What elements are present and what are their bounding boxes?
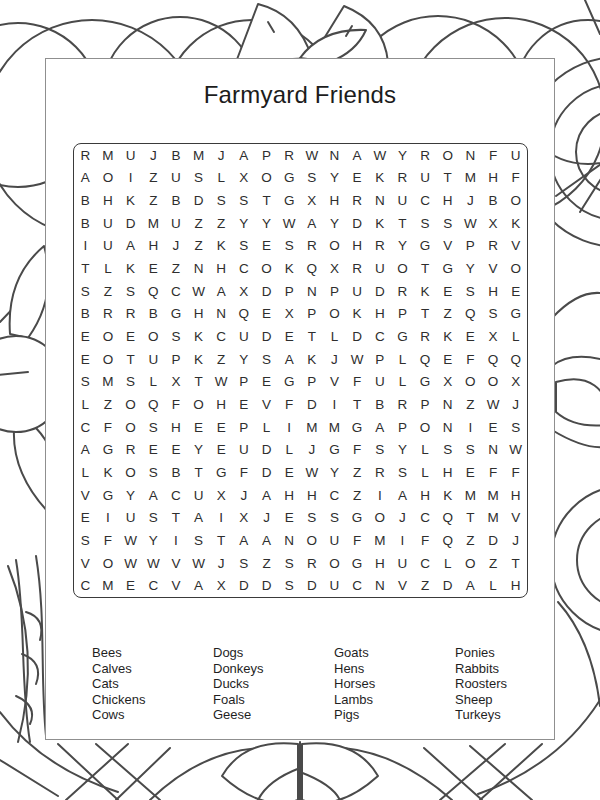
grid-cell: K — [119, 189, 142, 212]
grid-cell: Z — [459, 393, 482, 416]
grid-cell: S — [74, 370, 97, 393]
grid-cell: S — [233, 235, 256, 258]
grid-cell: K — [187, 348, 210, 371]
word-list-item: Ponies — [455, 645, 576, 661]
word-list-item: Horses — [334, 676, 455, 692]
grid-cell: C — [233, 257, 256, 280]
grid-cell: B — [74, 189, 97, 212]
grid-cell: V — [482, 257, 505, 280]
grid-cell: U — [391, 189, 414, 212]
grid-cell: X — [300, 189, 323, 212]
grid-cell: W — [119, 529, 142, 552]
grid-cell: E — [165, 438, 188, 461]
grid-cell: L — [414, 438, 437, 461]
grid-cell: H — [300, 484, 323, 507]
grid-cell: A — [187, 574, 210, 597]
grid-cell: A — [233, 144, 256, 167]
grid-cell: O — [391, 257, 414, 280]
grid-cell: H — [504, 574, 527, 597]
grid-cell: W — [459, 212, 482, 235]
grid-cell: U — [233, 325, 256, 348]
grid-cell: N — [210, 303, 233, 326]
grid-cell: H — [482, 167, 505, 190]
grid-cell: H — [414, 484, 437, 507]
grid-cell: Z — [165, 257, 188, 280]
grid-cell: Q — [233, 303, 256, 326]
grid-cell: T — [300, 325, 323, 348]
grid-cell: K — [368, 212, 391, 235]
grid-cell: L — [97, 257, 120, 280]
grid-cell: S — [74, 280, 97, 303]
grid-cell: G — [97, 484, 120, 507]
grid-cell: O — [459, 552, 482, 575]
grid-cell: A — [391, 484, 414, 507]
grid-cell: U — [97, 235, 120, 258]
grid-cell: H — [346, 235, 369, 258]
grid-cell: Y — [323, 461, 346, 484]
grid-cell: G — [165, 303, 188, 326]
grid-cell: W — [187, 280, 210, 303]
grid-cell: E — [459, 325, 482, 348]
grid-cell: Y — [233, 348, 256, 371]
grid-cell: L — [323, 325, 346, 348]
grid-cell: O — [255, 257, 278, 280]
grid-cell: T — [187, 461, 210, 484]
grid-cell: S — [142, 416, 165, 439]
grid-cell: X — [436, 370, 459, 393]
grid-cell: E — [278, 325, 301, 348]
grid-cell: W — [346, 348, 369, 371]
grid-cell: C — [414, 189, 437, 212]
grid-cell: K — [119, 257, 142, 280]
grid-cell: P — [459, 235, 482, 258]
grid-cell: Z — [97, 280, 120, 303]
grid-cell: A — [300, 212, 323, 235]
grid-cell: G — [97, 438, 120, 461]
grid-cell: J — [210, 552, 233, 575]
grid-cell: J — [391, 506, 414, 529]
grid-cell: H — [97, 189, 120, 212]
grid-cell: N — [368, 189, 391, 212]
grid-cell: X — [210, 484, 233, 507]
grid-cell: U — [504, 144, 527, 167]
grid-cell: D — [233, 574, 256, 597]
grid-cell: U — [97, 212, 120, 235]
grid-cell: A — [346, 144, 369, 167]
grid-cell: U — [391, 552, 414, 575]
grid-cell: R — [300, 235, 323, 258]
grid-cell: M — [97, 144, 120, 167]
grid-cell: T — [346, 393, 369, 416]
grid-cell: U — [165, 212, 188, 235]
grid-cell: U — [368, 257, 391, 280]
grid-cell: A — [119, 235, 142, 258]
grid-cell: B — [482, 189, 505, 212]
grid-cell: Y — [459, 257, 482, 280]
grid-cell: U — [233, 438, 256, 461]
word-list-item: Ducks — [213, 676, 334, 692]
grid-cell: H — [142, 235, 165, 258]
grid-cell: E — [255, 370, 278, 393]
grid-cell: I — [119, 167, 142, 190]
grid-cell: R — [119, 438, 142, 461]
grid-cell: S — [391, 461, 414, 484]
grid-cell: B — [165, 144, 188, 167]
grid-cell: K — [414, 280, 437, 303]
grid-cell: W — [142, 552, 165, 575]
grid-cell: T — [119, 348, 142, 371]
grid-cell: E — [459, 461, 482, 484]
grid-cell: P — [391, 416, 414, 439]
grid-cell: A — [255, 529, 278, 552]
grid-cell: N — [482, 438, 505, 461]
grid-cell: K — [436, 325, 459, 348]
grid-cell: Z — [187, 235, 210, 258]
grid-cell: B — [74, 212, 97, 235]
grid-cell: H — [187, 303, 210, 326]
grid-cell: G — [278, 167, 301, 190]
grid-cell: V — [165, 574, 188, 597]
grid-cell: N — [323, 144, 346, 167]
grid-cell: G — [278, 189, 301, 212]
grid-cell: Q — [504, 348, 527, 371]
grid-cell: A — [459, 574, 482, 597]
grid-cell: R — [482, 235, 505, 258]
grid-cell: K — [504, 212, 527, 235]
grid-cell: F — [414, 529, 437, 552]
grid-cell: E — [255, 303, 278, 326]
grid-cell: J — [165, 235, 188, 258]
grid-cell: O — [414, 416, 437, 439]
grid-cell: S — [436, 438, 459, 461]
grid-cell: J — [504, 529, 527, 552]
grid-cell: Z — [255, 552, 278, 575]
grid-cell: S — [74, 529, 97, 552]
word-list-item: Goats — [334, 645, 455, 661]
grid-cell: X — [233, 280, 256, 303]
grid-cell: X — [165, 370, 188, 393]
grid-cell: F — [504, 167, 527, 190]
grid-cell: E — [142, 438, 165, 461]
grid-cell: C — [165, 484, 188, 507]
grid-cell: O — [97, 325, 120, 348]
grid-cell: K — [210, 235, 233, 258]
grid-cell: E — [187, 416, 210, 439]
grid-cell: P — [414, 393, 437, 416]
grid-cell: T — [74, 257, 97, 280]
grid-cell: E — [119, 574, 142, 597]
grid-cell: C — [142, 574, 165, 597]
word-list-column: PoniesRabbitsRoostersSheepTurkeys — [455, 645, 576, 723]
grid-cell: P — [278, 280, 301, 303]
grid-cell: I — [210, 506, 233, 529]
grid-cell: P — [165, 348, 188, 371]
grid-cell: N — [278, 529, 301, 552]
grid-cell: A — [278, 348, 301, 371]
grid-cell: S — [323, 506, 346, 529]
grid-cell: J — [210, 144, 233, 167]
grid-cell: L — [255, 416, 278, 439]
grid-cell: W — [368, 144, 391, 167]
grid-cell: O — [368, 506, 391, 529]
grid-cell: Z — [414, 574, 437, 597]
grid-cell: P — [233, 370, 256, 393]
grid-cell: M — [368, 529, 391, 552]
grid-cell: N — [187, 257, 210, 280]
puzzle-title: Farmyard Friends — [46, 81, 554, 109]
grid-cell: S — [459, 280, 482, 303]
grid-cell: U — [414, 167, 437, 190]
grid-cell: U — [119, 144, 142, 167]
grid-cell: D — [368, 280, 391, 303]
grid-cell: T — [459, 506, 482, 529]
grid-cell: C — [414, 552, 437, 575]
grid-cell: Z — [97, 393, 120, 416]
grid-cell: V — [391, 574, 414, 597]
grid-cell: D — [255, 461, 278, 484]
grid-cell: B — [165, 189, 188, 212]
grid-cell: U — [346, 280, 369, 303]
grid-cell: L — [482, 574, 505, 597]
grid-cell: S — [233, 189, 256, 212]
grid-cell: X — [210, 574, 233, 597]
grid-cell: O — [119, 461, 142, 484]
grid-cell: D — [255, 574, 278, 597]
grid-cell: V — [323, 370, 346, 393]
word-list-column: GoatsHensHorsesLambsPigs — [334, 645, 455, 723]
grid-cell: N — [300, 280, 323, 303]
grid-cell: R — [300, 552, 323, 575]
grid-cell: W — [300, 144, 323, 167]
grid-cell: O — [504, 189, 527, 212]
grid-cell: G — [210, 461, 233, 484]
grid-cell: K — [97, 461, 120, 484]
grid-cell: I — [391, 529, 414, 552]
grid-cell: S — [459, 438, 482, 461]
grid-cell: F — [482, 461, 505, 484]
grid-cell: V — [436, 235, 459, 258]
grid-cell: Y — [119, 484, 142, 507]
grid-cell: N — [436, 393, 459, 416]
grid-cell: B — [142, 303, 165, 326]
grid-cell: U — [323, 574, 346, 597]
word-list-item: Rabbits — [455, 661, 576, 677]
grid-cell: A — [187, 506, 210, 529]
grid-cell: O — [323, 303, 346, 326]
grid-cell: E — [233, 393, 256, 416]
grid-cell: N — [436, 416, 459, 439]
grid-cell: Q — [300, 257, 323, 280]
grid-cell: M — [459, 167, 482, 190]
grid-cell: H — [165, 416, 188, 439]
grid-cell: X — [233, 167, 256, 190]
grid-cell: I — [97, 506, 120, 529]
grid-cell: D — [119, 212, 142, 235]
grid-cell: X — [233, 506, 256, 529]
grid-cell: J — [323, 348, 346, 371]
grid-cell: Y — [391, 438, 414, 461]
grid-cell: S — [414, 212, 437, 235]
grid-cell: H — [368, 552, 391, 575]
grid-cell: D — [300, 574, 323, 597]
grid-cell: P — [233, 416, 256, 439]
grid-cell: T — [436, 167, 459, 190]
grid-cell: I — [459, 416, 482, 439]
grid-cell: F — [165, 393, 188, 416]
grid-cell: N — [459, 144, 482, 167]
grid-cell: L — [391, 348, 414, 371]
grid-cell: L — [74, 461, 97, 484]
grid-cell: Y — [391, 235, 414, 258]
grid-cell: R — [391, 167, 414, 190]
word-search-grid: RMUJBMJAPRWNAWYRONFUAOIZUSLXOGSYEKRUTMHF… — [73, 143, 528, 598]
grid-cell: O — [436, 144, 459, 167]
word-list-item: Bees — [92, 645, 213, 661]
grid-cell: M — [459, 484, 482, 507]
grid-cell: W — [210, 370, 233, 393]
grid-cell: K — [346, 303, 369, 326]
grid-cell: K — [300, 348, 323, 371]
grid-cell: O — [142, 325, 165, 348]
grid-cell: B — [74, 303, 97, 326]
grid-cell: V — [504, 506, 527, 529]
grid-cell: X — [482, 212, 505, 235]
grid-cell: D — [255, 325, 278, 348]
grid-cell: D — [346, 325, 369, 348]
word-list: BeesCalvesCatsChickensCowsDogsDonkeysDuc… — [92, 645, 552, 723]
grid-cell: F — [233, 461, 256, 484]
grid-cell: E — [74, 325, 97, 348]
grid-cell: Z — [142, 167, 165, 190]
grid-cell: S — [142, 461, 165, 484]
grid-cell: G — [414, 370, 437, 393]
grid-cell: I — [165, 529, 188, 552]
grid-cell: K — [187, 325, 210, 348]
grid-cell: R — [97, 303, 120, 326]
grid-cell: C — [414, 506, 437, 529]
grid-cell: H — [436, 189, 459, 212]
grid-cell: B — [165, 461, 188, 484]
word-list-item: Lambs — [334, 692, 455, 708]
grid-cell: E — [482, 416, 505, 439]
grid-cell: C — [323, 484, 346, 507]
grid-cell: U — [165, 167, 188, 190]
grid-cell: V — [74, 484, 97, 507]
grid-cell: L — [210, 167, 233, 190]
grid-cell: Z — [187, 212, 210, 235]
grid-cell: Y — [233, 212, 256, 235]
grid-cell: E — [436, 280, 459, 303]
grid-cell: M — [482, 506, 505, 529]
word-list-item: Geese — [213, 707, 334, 723]
grid-cell: Z — [436, 303, 459, 326]
grid-cell: G — [436, 257, 459, 280]
grid-cell: U — [368, 370, 391, 393]
grid-cell: F — [346, 438, 369, 461]
grid-cell: S — [210, 189, 233, 212]
grid-cell: G — [346, 552, 369, 575]
grid-cell: R — [119, 303, 142, 326]
grid-cell: Q — [436, 506, 459, 529]
grid-cell: H — [210, 257, 233, 280]
grid-cell: A — [210, 280, 233, 303]
grid-cell: J — [233, 484, 256, 507]
grid-cell: E — [436, 348, 459, 371]
grid-cell: O — [97, 552, 120, 575]
grid-cell: H — [368, 303, 391, 326]
grid-cell: P — [255, 144, 278, 167]
word-list-item: Cows — [92, 707, 213, 723]
grid-cell: S — [119, 280, 142, 303]
word-list-item: Turkeys — [455, 707, 576, 723]
grid-cell: G — [504, 303, 527, 326]
grid-cell: F — [346, 529, 369, 552]
grid-cell: R — [368, 235, 391, 258]
grid-cell: C — [368, 325, 391, 348]
grid-cell: O — [119, 393, 142, 416]
grid-cell: M — [97, 574, 120, 597]
grid-cell: X — [278, 303, 301, 326]
grid-cell: Z — [210, 348, 233, 371]
grid-cell: R — [74, 144, 97, 167]
grid-cell: E — [346, 167, 369, 190]
grid-cell: E — [255, 235, 278, 258]
grid-cell: T — [210, 529, 233, 552]
grid-cell: Y — [255, 212, 278, 235]
worksheet-scene: Farmyard Friends RMUJBMJAPRWNAWYRONFUAOI… — [0, 0, 600, 800]
grid-cell: S — [187, 529, 210, 552]
grid-cell: X — [482, 325, 505, 348]
grid-cell: C — [165, 280, 188, 303]
grid-cell: C — [74, 416, 97, 439]
grid-cell: F — [459, 348, 482, 371]
grid-cell: J — [459, 189, 482, 212]
grid-cell: U — [119, 506, 142, 529]
grid-cell: F — [346, 370, 369, 393]
grid-cell: R — [346, 257, 369, 280]
grid-cell: U — [187, 484, 210, 507]
grid-cell: Q — [142, 280, 165, 303]
grid-cell: F — [278, 393, 301, 416]
grid-cell: W — [482, 393, 505, 416]
grid-cell: Q — [436, 529, 459, 552]
grid-cell: D — [255, 280, 278, 303]
grid-cell: F — [504, 461, 527, 484]
grid-cell: M — [187, 144, 210, 167]
grid-cell: F — [97, 416, 120, 439]
grid-cell: L — [504, 325, 527, 348]
grid-cell: E — [210, 416, 233, 439]
grid-cell: K — [368, 167, 391, 190]
word-list-item: Donkeys — [213, 661, 334, 677]
grid-cell: H — [482, 280, 505, 303]
grid-cell: E — [142, 257, 165, 280]
grid-cell: Q — [459, 303, 482, 326]
grid-cell: D — [346, 212, 369, 235]
grid-cell: K — [278, 257, 301, 280]
grid-cell: L — [278, 438, 301, 461]
grid-cell: F — [97, 529, 120, 552]
grid-cell: Z — [142, 189, 165, 212]
grid-cell: Q — [142, 393, 165, 416]
grid-cell: Q — [414, 348, 437, 371]
grid-cell: O — [97, 167, 120, 190]
word-list-item: Cats — [92, 676, 213, 692]
grid-cell: O — [323, 552, 346, 575]
grid-cell: S — [187, 167, 210, 190]
word-list-item: Hens — [334, 661, 455, 677]
grid-cell: U — [323, 529, 346, 552]
